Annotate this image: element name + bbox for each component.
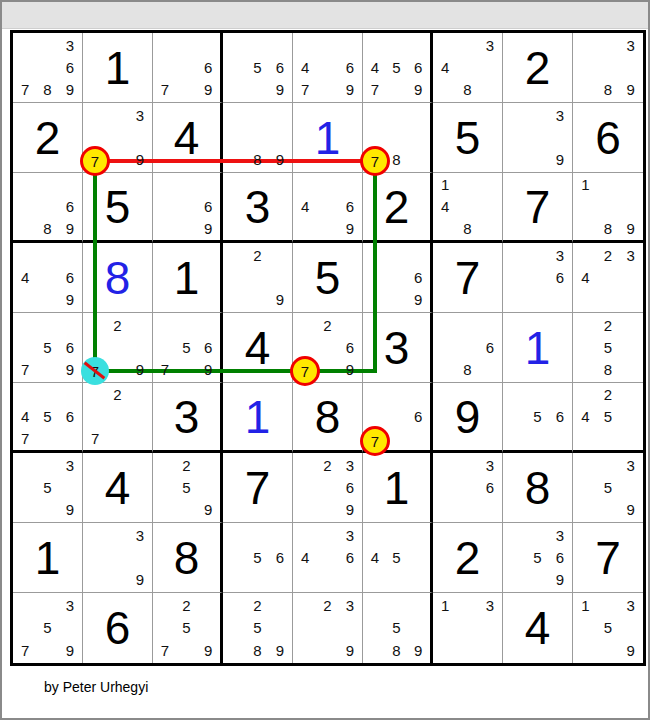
cell-r3c6[interactable]: 2 bbox=[363, 173, 433, 243]
candidate-slot-1 bbox=[504, 384, 526, 406]
candidate-slot-6 bbox=[619, 336, 642, 358]
candidate-slot-6 bbox=[619, 617, 642, 640]
cell-r8c2[interactable]: 39 bbox=[83, 523, 153, 593]
cell-r8c5[interactable]: 346 bbox=[293, 523, 363, 593]
pencil-marks: 359 bbox=[574, 454, 642, 521]
candidate-slot-5 bbox=[386, 406, 408, 428]
candidate-slot-5: 5 bbox=[176, 476, 198, 498]
candidate-slot-9 bbox=[479, 499, 501, 521]
candidate-slot-5: 5 bbox=[386, 546, 408, 568]
candidate-slot-6 bbox=[129, 336, 151, 358]
candidate-slot-7: 7 bbox=[14, 427, 36, 449]
cell-r6c9[interactable]: 245 bbox=[573, 383, 643, 453]
candidate-slot-3: 3 bbox=[339, 594, 361, 617]
candidate-slot-5 bbox=[176, 196, 198, 218]
cell-r6c7[interactable]: 9 bbox=[433, 383, 503, 453]
cell-r7c8[interactable]: 8 bbox=[503, 453, 573, 523]
candidate-slot-9: 9 bbox=[549, 569, 571, 591]
cell-r2c3[interactable]: 4 bbox=[153, 103, 223, 173]
pencil-marks: 13 bbox=[434, 594, 501, 662]
cell-r4c4[interactable]: 29 bbox=[223, 243, 293, 313]
candidate-slot-8 bbox=[597, 289, 620, 311]
cell-r1c6[interactable]: 45679 bbox=[363, 33, 433, 103]
candidate-slot-5: 5 bbox=[36, 476, 58, 498]
candidate-slot-4 bbox=[504, 406, 526, 428]
candidate-slot-2 bbox=[176, 174, 198, 196]
candidate-slot-3 bbox=[407, 104, 429, 126]
pencil-marks: 3569 bbox=[504, 524, 571, 591]
solved-digit: 1 bbox=[293, 103, 362, 172]
candidate-slot-1 bbox=[504, 244, 526, 266]
candidate-slot-1 bbox=[14, 174, 36, 196]
candidate-slot-6: 6 bbox=[59, 56, 81, 78]
candidate-slot-9: 9 bbox=[619, 79, 642, 101]
candidate-slot-5: 5 bbox=[386, 56, 408, 78]
candidate-slot-7 bbox=[14, 499, 36, 521]
candidate-slot-3 bbox=[129, 314, 151, 336]
solved-digit: 1 bbox=[503, 313, 572, 382]
candidate-slot-9: 9 bbox=[59, 359, 81, 381]
cell-r4c7[interactable]: 7 bbox=[433, 243, 503, 313]
cell-r6c3[interactable]: 3 bbox=[153, 383, 223, 453]
candidate-slot-1 bbox=[574, 34, 597, 56]
candidate-slot-1 bbox=[294, 524, 316, 546]
candidate-slot-2 bbox=[176, 314, 198, 336]
candidate-slot-2: 2 bbox=[176, 594, 198, 617]
candidate-slot-9 bbox=[129, 427, 151, 449]
candidate-slot-1 bbox=[294, 174, 316, 196]
candidate-slot-8 bbox=[526, 427, 548, 449]
cell-r9c1[interactable]: 3579 bbox=[13, 593, 83, 663]
candidate-slot-8: 8 bbox=[36, 217, 58, 239]
candidate-slot-5 bbox=[36, 56, 58, 78]
candidate-slot-8 bbox=[316, 499, 338, 521]
cell-r3c9[interactable]: 189 bbox=[573, 173, 643, 243]
cell-r2c8[interactable]: 39 bbox=[503, 103, 573, 173]
cell-r7c1[interactable]: 359 bbox=[13, 453, 83, 523]
cell-r5c4[interactable]: 4 bbox=[223, 313, 293, 383]
candidate-slot-7 bbox=[504, 569, 526, 591]
candidate-slot-3 bbox=[407, 34, 429, 56]
candidate-slot-8 bbox=[526, 149, 548, 171]
candidate-slot-4 bbox=[364, 406, 386, 428]
candidate-slot-2: 2 bbox=[176, 454, 198, 476]
cell-r3c5[interactable]: 469 bbox=[293, 173, 363, 243]
candidate-slot-4 bbox=[224, 126, 246, 148]
candidate-slot-9 bbox=[619, 427, 642, 449]
candidate-slot-9: 9 bbox=[59, 639, 81, 662]
candidate-slot-4: 4 bbox=[294, 196, 316, 218]
candidate-slot-5 bbox=[316, 476, 338, 498]
candidate-slot-3: 3 bbox=[59, 454, 81, 476]
cell-r5c8[interactable]: 1 bbox=[503, 313, 573, 383]
candidate-slot-2: 2 bbox=[246, 244, 268, 266]
cell-r4c5[interactable]: 5 bbox=[293, 243, 363, 313]
candidate-slot-1 bbox=[504, 104, 526, 126]
candidate-slot-7: 7 bbox=[154, 639, 176, 662]
candidate-slot-8 bbox=[246, 569, 268, 591]
candidate-slot-6 bbox=[407, 617, 429, 640]
candidate-slot-9 bbox=[549, 427, 571, 449]
cell-r2c1[interactable]: 2 bbox=[13, 103, 83, 173]
cell-r8c7[interactable]: 2 bbox=[433, 523, 503, 593]
cell-r7c5[interactable]: 2369 bbox=[293, 453, 363, 523]
candidate-slot-6 bbox=[269, 126, 291, 148]
candidate-slot-9: 9 bbox=[59, 217, 81, 239]
pencil-marks: 2589 bbox=[224, 594, 291, 662]
candidate-slot-4: 4 bbox=[14, 266, 36, 288]
candidate-slot-6 bbox=[479, 196, 501, 218]
cell-r6c8[interactable]: 56 bbox=[503, 383, 573, 453]
cell-r1c8[interactable]: 2 bbox=[503, 33, 573, 103]
candidate-slot-4 bbox=[504, 266, 526, 288]
candidate-slot-6 bbox=[619, 476, 642, 498]
candidate-slot-2 bbox=[386, 384, 408, 406]
given-digit: 3 bbox=[223, 173, 292, 240]
cell-r7c7[interactable]: 36 bbox=[433, 453, 503, 523]
chain-node-circle: 7 bbox=[80, 146, 110, 176]
cell-r3c1[interactable]: 689 bbox=[13, 173, 83, 243]
candidate-slot-5 bbox=[106, 126, 128, 148]
candidate-slot-8 bbox=[597, 499, 620, 521]
candidate-slot-8 bbox=[526, 289, 548, 311]
candidate-slot-5 bbox=[597, 266, 620, 288]
cell-r8c1[interactable]: 1 bbox=[13, 523, 83, 593]
given-digit: 7 bbox=[433, 243, 502, 312]
cell-r8c4[interactable]: 56 bbox=[223, 523, 293, 593]
cell-r2c5[interactable]: 1 bbox=[293, 103, 363, 173]
cell-r6c5[interactable]: 8 bbox=[293, 383, 363, 453]
candidate-slot-1 bbox=[154, 594, 176, 617]
candidate-slot-2 bbox=[456, 454, 478, 476]
candidate-slot-3: 3 bbox=[129, 524, 151, 546]
candidate-slot-3 bbox=[197, 454, 219, 476]
cell-r3c8[interactable]: 7 bbox=[503, 173, 573, 243]
candidate-slot-5 bbox=[106, 336, 128, 358]
cell-r7c2[interactable]: 4 bbox=[83, 453, 153, 523]
candidate-slot-4 bbox=[434, 476, 456, 498]
candidate-slot-3 bbox=[407, 594, 429, 617]
candidate-slot-2: 2 bbox=[316, 314, 338, 336]
candidate-slot-2 bbox=[36, 594, 58, 617]
given-digit: 7 bbox=[503, 173, 572, 240]
cell-r4c2[interactable]: 8 bbox=[83, 243, 153, 313]
candidate-slot-3 bbox=[59, 174, 81, 196]
pencil-marks: 69 bbox=[364, 244, 429, 311]
cell-r9c3[interactable]: 2579 bbox=[153, 593, 223, 663]
candidate-slot-2 bbox=[36, 384, 58, 406]
candidate-slot-7 bbox=[364, 569, 386, 591]
candidate-slot-4 bbox=[154, 617, 176, 640]
given-digit: 8 bbox=[153, 523, 220, 592]
given-digit: 2 bbox=[13, 103, 82, 172]
candidate-slot-8 bbox=[316, 217, 338, 239]
cell-r9c9[interactable]: 1359 bbox=[573, 593, 643, 663]
cell-r1c1[interactable]: 36789 bbox=[13, 33, 83, 103]
given-digit: 2 bbox=[433, 523, 502, 592]
circled-candidate-digit: 7 bbox=[91, 153, 99, 170]
cell-r9c8[interactable]: 4 bbox=[503, 593, 573, 663]
candidate-slot-5 bbox=[246, 266, 268, 288]
candidate-slot-7: 7 bbox=[154, 359, 176, 381]
candidate-slot-2: 2 bbox=[316, 594, 338, 617]
given-digit: 3 bbox=[153, 383, 220, 450]
pencil-marks: 29 bbox=[224, 244, 291, 311]
cell-r6c1[interactable]: 4567 bbox=[13, 383, 83, 453]
cell-r7c6[interactable]: 1 bbox=[363, 453, 433, 523]
cell-r3c7[interactable]: 148 bbox=[433, 173, 503, 243]
candidate-slot-8 bbox=[386, 569, 408, 591]
candidate-slot-3: 3 bbox=[549, 244, 571, 266]
cell-r5c9[interactable]: 258 bbox=[573, 313, 643, 383]
candidate-slot-2 bbox=[316, 174, 338, 196]
candidate-slot-9: 9 bbox=[619, 639, 642, 662]
given-digit: 4 bbox=[153, 103, 220, 172]
candidate-slot-8 bbox=[106, 359, 128, 381]
pencil-marks: 2579 bbox=[154, 594, 219, 662]
candidate-slot-1 bbox=[84, 384, 106, 406]
candidate-slot-3 bbox=[407, 384, 429, 406]
cell-r1c2[interactable]: 1 bbox=[83, 33, 153, 103]
candidate-slot-8 bbox=[36, 359, 58, 381]
candidate-slot-7 bbox=[574, 289, 597, 311]
cell-r5c3[interactable]: 5679 bbox=[153, 313, 223, 383]
cell-r8c3[interactable]: 8 bbox=[153, 523, 223, 593]
candidate-slot-2 bbox=[316, 34, 338, 56]
cell-r9c2[interactable]: 6 bbox=[83, 593, 153, 663]
candidate-slot-3 bbox=[619, 314, 642, 336]
candidate-slot-6: 6 bbox=[549, 546, 571, 568]
cell-r1c3[interactable]: 679 bbox=[153, 33, 223, 103]
candidate-slot-7 bbox=[574, 639, 597, 662]
cell-r4c8[interactable]: 36 bbox=[503, 243, 573, 313]
candidate-slot-9 bbox=[479, 79, 501, 101]
candidate-slot-1 bbox=[154, 454, 176, 476]
candidate-slot-1 bbox=[574, 314, 597, 336]
candidate-slot-4 bbox=[574, 336, 597, 358]
candidate-slot-4: 4 bbox=[434, 196, 456, 218]
cell-r9c5[interactable]: 239 bbox=[293, 593, 363, 663]
given-digit: 2 bbox=[363, 173, 430, 240]
cell-r7c9[interactable]: 359 bbox=[573, 453, 643, 523]
candidate-slot-7 bbox=[294, 639, 316, 662]
candidate-slot-6: 6 bbox=[407, 266, 429, 288]
candidate-slot-5 bbox=[456, 336, 478, 358]
cell-r9c6[interactable]: 589 bbox=[363, 593, 433, 663]
candidate-slot-5 bbox=[386, 266, 408, 288]
candidate-slot-2 bbox=[526, 244, 548, 266]
candidate-slot-9 bbox=[479, 639, 501, 662]
candidate-slot-5 bbox=[456, 476, 478, 498]
cell-r3c2[interactable]: 5 bbox=[83, 173, 153, 243]
candidate-slot-3 bbox=[269, 104, 291, 126]
cell-r1c5[interactable]: 4679 bbox=[293, 33, 363, 103]
candidate-slot-8: 8 bbox=[597, 79, 620, 101]
candidate-slot-9: 9 bbox=[339, 499, 361, 521]
pencil-marks: 259 bbox=[154, 454, 219, 521]
candidate-slot-9: 9 bbox=[407, 289, 429, 311]
cell-r5c6[interactable]: 3 bbox=[363, 313, 433, 383]
candidate-slot-9: 9 bbox=[59, 79, 81, 101]
candidate-slot-4: 4 bbox=[294, 56, 316, 78]
cell-r1c4[interactable]: 569 bbox=[223, 33, 293, 103]
candidate-slot-6: 6 bbox=[549, 266, 571, 288]
candidate-slot-6: 6 bbox=[197, 336, 219, 358]
candidate-slot-8 bbox=[36, 499, 58, 521]
candidate-slot-1 bbox=[364, 594, 386, 617]
chain-node-circle: 7 bbox=[360, 426, 390, 456]
candidate-slot-8 bbox=[176, 639, 198, 662]
candidate-slot-8 bbox=[36, 639, 58, 662]
cell-r6c2[interactable]: 27 bbox=[83, 383, 153, 453]
cell-r8c9[interactable]: 7 bbox=[573, 523, 643, 593]
cell-r9c4[interactable]: 2589 bbox=[223, 593, 293, 663]
candidate-slot-9 bbox=[269, 569, 291, 591]
pencil-marks: 389 bbox=[574, 34, 642, 101]
candidate-slot-1 bbox=[294, 454, 316, 476]
candidate-slot-8 bbox=[176, 499, 198, 521]
candidate-slot-1 bbox=[224, 524, 246, 546]
cell-r6c4[interactable]: 1 bbox=[223, 383, 293, 453]
cell-r9c7[interactable]: 13 bbox=[433, 593, 503, 663]
candidate-slot-6 bbox=[549, 126, 571, 148]
top-bar bbox=[2, 2, 648, 29]
candidate-slot-8 bbox=[456, 499, 478, 521]
candidate-slot-6 bbox=[197, 617, 219, 640]
candidate-slot-3 bbox=[407, 524, 429, 546]
candidate-slot-6: 6 bbox=[59, 336, 81, 358]
candidate-slot-6 bbox=[407, 126, 429, 148]
candidate-slot-6: 6 bbox=[197, 56, 219, 78]
cell-r7c3[interactable]: 259 bbox=[153, 453, 223, 523]
cell-r4c1[interactable]: 469 bbox=[13, 243, 83, 313]
candidate-slot-2 bbox=[456, 174, 478, 196]
cell-r8c8[interactable]: 3569 bbox=[503, 523, 573, 593]
pencil-marks: 5679 bbox=[154, 314, 219, 381]
candidate-slot-2: 2 bbox=[316, 454, 338, 476]
candidate-slot-9: 9 bbox=[619, 499, 642, 521]
pencil-marks: 56 bbox=[224, 524, 291, 591]
candidate-slot-2 bbox=[386, 594, 408, 617]
pencil-marks: 39 bbox=[84, 524, 151, 591]
pencil-marks: 239 bbox=[294, 594, 361, 662]
candidate-slot-7 bbox=[504, 149, 526, 171]
candidate-slot-5: 5 bbox=[176, 617, 198, 640]
cell-r4c6[interactable]: 69 bbox=[363, 243, 433, 313]
candidate-slot-8 bbox=[106, 569, 128, 591]
given-digit: 4 bbox=[223, 313, 292, 382]
author-caption: by Peter Urhegyi bbox=[44, 679, 148, 695]
candidate-slot-2: 2 bbox=[106, 384, 128, 406]
candidate-slot-9: 9 bbox=[197, 217, 219, 239]
pencil-marks: 45679 bbox=[364, 34, 429, 101]
candidate-slot-2 bbox=[36, 174, 58, 196]
candidate-slot-3: 3 bbox=[619, 244, 642, 266]
given-digit: 5 bbox=[433, 103, 502, 172]
candidate-slot-5: 5 bbox=[597, 406, 620, 428]
cell-r3c3[interactable]: 69 bbox=[153, 173, 223, 243]
candidate-slot-4: 4 bbox=[434, 56, 456, 78]
cell-r7c4[interactable]: 7 bbox=[223, 453, 293, 523]
given-digit: 3 bbox=[363, 313, 430, 382]
cell-r2c4[interactable]: 89 bbox=[223, 103, 293, 173]
candidate-slot-9: 9 bbox=[59, 499, 81, 521]
candidate-slot-7 bbox=[84, 569, 106, 591]
cell-r5c7[interactable]: 68 bbox=[433, 313, 503, 383]
candidate-slot-7: 7 bbox=[294, 79, 316, 101]
cell-r3c4[interactable]: 3 bbox=[223, 173, 293, 243]
candidate-slot-5: 5 bbox=[246, 56, 268, 78]
candidate-slot-1 bbox=[14, 244, 36, 266]
candidate-slot-6 bbox=[59, 476, 81, 498]
candidate-slot-7 bbox=[294, 569, 316, 591]
candidate-slot-3 bbox=[339, 314, 361, 336]
candidate-slot-3: 3 bbox=[479, 34, 501, 56]
candidate-slot-6: 6 bbox=[549, 406, 571, 428]
pencil-marks: 5679 bbox=[14, 314, 81, 381]
candidate-slot-4 bbox=[364, 266, 386, 288]
cell-r4c9[interactable]: 234 bbox=[573, 243, 643, 313]
candidate-slot-7 bbox=[364, 639, 386, 662]
candidate-slot-3 bbox=[197, 174, 219, 196]
candidate-slot-7 bbox=[294, 217, 316, 239]
candidate-slot-6: 6 bbox=[339, 336, 361, 358]
cell-r2c7[interactable]: 5 bbox=[433, 103, 503, 173]
candidate-slot-9 bbox=[479, 217, 501, 239]
candidate-slot-5 bbox=[526, 126, 548, 148]
cell-r1c9[interactable]: 389 bbox=[573, 33, 643, 103]
pencil-marks: 189 bbox=[574, 174, 642, 239]
candidate-slot-1 bbox=[294, 34, 316, 56]
cell-r1c7[interactable]: 348 bbox=[433, 33, 503, 103]
candidate-slot-1 bbox=[154, 34, 176, 56]
candidate-slot-7 bbox=[294, 499, 316, 521]
candidate-slot-2 bbox=[176, 34, 198, 56]
candidate-slot-5: 5 bbox=[597, 617, 620, 640]
candidate-slot-7 bbox=[364, 289, 386, 311]
candidate-slot-1: 1 bbox=[434, 594, 456, 617]
candidate-slot-4 bbox=[574, 617, 597, 640]
candidate-slot-7 bbox=[154, 499, 176, 521]
candidate-slot-2 bbox=[106, 524, 128, 546]
candidate-slot-8: 8 bbox=[36, 79, 58, 101]
candidate-slot-9: 9 bbox=[339, 359, 361, 381]
pencil-marks: 39 bbox=[504, 104, 571, 171]
candidate-slot-8: 8 bbox=[246, 639, 268, 662]
candidate-slot-2 bbox=[36, 454, 58, 476]
candidate-slot-2: 2 bbox=[106, 314, 128, 336]
candidate-slot-1 bbox=[84, 314, 106, 336]
pencil-marks: 689 bbox=[14, 174, 81, 239]
pencil-marks: 4567 bbox=[14, 384, 81, 449]
pencil-marks: 68 bbox=[434, 314, 501, 381]
candidate-slot-3 bbox=[59, 384, 81, 406]
cell-r8c6[interactable]: 45 bbox=[363, 523, 433, 593]
candidate-slot-5: 5 bbox=[36, 617, 58, 640]
candidate-slot-9: 9 bbox=[269, 639, 291, 662]
cell-r4c3[interactable]: 1 bbox=[153, 243, 223, 313]
candidate-slot-6: 6 bbox=[407, 56, 429, 78]
candidate-slot-5 bbox=[246, 126, 268, 148]
candidate-slot-2 bbox=[386, 104, 408, 126]
cell-r2c9[interactable]: 6 bbox=[573, 103, 643, 173]
candidate-slot-2 bbox=[456, 594, 478, 617]
candidate-slot-1 bbox=[14, 594, 36, 617]
candidate-slot-6: 6 bbox=[269, 546, 291, 568]
candidate-slot-7 bbox=[504, 289, 526, 311]
pencil-marks: 469 bbox=[294, 174, 361, 239]
cell-r5c1[interactable]: 5679 bbox=[13, 313, 83, 383]
